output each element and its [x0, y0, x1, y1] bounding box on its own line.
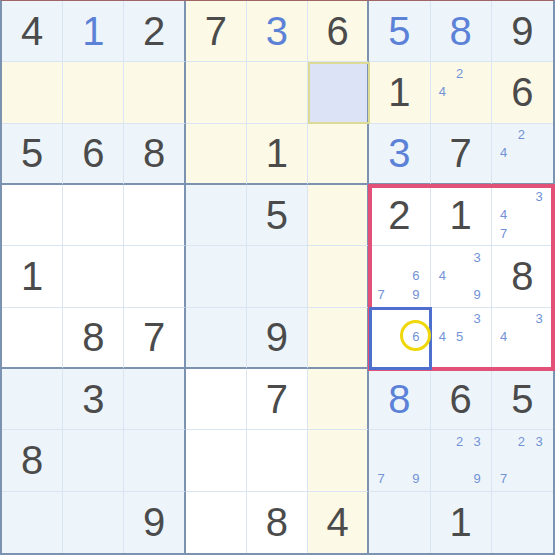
- digit-r9c3: 9: [143, 502, 165, 542]
- cell-r2c8[interactable]: 24: [431, 62, 492, 123]
- cell-r4c8[interactable]: 1: [431, 185, 492, 246]
- candidate-4: 4: [495, 205, 513, 223]
- digit-r5c9: 8: [511, 256, 533, 296]
- candidate-6: 6: [407, 267, 424, 285]
- cell-r5c7[interactable]: 679: [369, 246, 430, 307]
- digit-r3c7: 3: [388, 133, 410, 173]
- digit-r3c1: 5: [21, 133, 43, 173]
- candidates-r5c8: 349: [431, 246, 491, 306]
- candidate-9: 9: [407, 285, 424, 303]
- cell-r2c1[interactable]: [2, 62, 63, 123]
- candidate-4: 4: [434, 328, 451, 346]
- cell-r3c4[interactable]: [186, 124, 247, 185]
- candidates-r3c9: 24: [492, 124, 553, 183]
- candidate-4: 4: [495, 328, 513, 346]
- digit-r7c8: 6: [450, 379, 472, 419]
- candidate-4: 4: [495, 144, 513, 162]
- cell-r8c7[interactable]: 79: [369, 430, 430, 491]
- sudoku-board: 4127365891246568137245213471679349887963…: [0, 0, 555, 555]
- cell-r2c3[interactable]: [124, 62, 185, 123]
- digit-r9c6: 4: [327, 502, 349, 542]
- cell-r6c3[interactable]: 7: [124, 308, 185, 369]
- candidate-7: 7: [495, 469, 513, 487]
- cell-r1c6[interactable]: 6: [308, 1, 369, 62]
- cell-r2c4[interactable]: [186, 62, 247, 123]
- digit-r3c3: 8: [143, 133, 165, 173]
- digit-r1c9: 9: [511, 11, 533, 51]
- digit-r8c1: 8: [21, 440, 43, 480]
- cell-r2c5[interactable]: [247, 62, 308, 123]
- candidate-3: 3: [530, 310, 548, 328]
- cell-r7c8[interactable]: 6: [431, 369, 492, 430]
- cell-r1c5[interactable]: 3: [247, 1, 308, 62]
- digit-r6c3: 7: [143, 317, 165, 357]
- cell-r1c1[interactable]: 4: [2, 1, 63, 62]
- digit-r6c5: 9: [266, 317, 288, 357]
- candidate-3: 3: [530, 432, 548, 450]
- cell-r3c9[interactable]: 24: [492, 124, 553, 185]
- digit-r9c8: 1: [450, 502, 472, 542]
- candidates-r8c7: 79: [369, 430, 429, 490]
- candidate-3: 3: [468, 310, 485, 328]
- cell-r6c2[interactable]: 8: [63, 308, 124, 369]
- candidates-r6c7: 6: [369, 308, 429, 367]
- digit-r7c7: 8: [388, 379, 410, 419]
- cell-r5c9[interactable]: 8: [492, 246, 553, 307]
- candidate-2: 2: [513, 126, 531, 144]
- cell-r5c2[interactable]: [63, 246, 124, 307]
- cell-r7c7[interactable]: 8: [369, 369, 430, 430]
- cell-r4c9[interactable]: 347: [492, 185, 553, 246]
- digit-r1c2: 1: [82, 11, 104, 51]
- digit-r9c5: 8: [266, 502, 288, 542]
- digit-r1c3: 2: [143, 11, 165, 51]
- candidate-7: 7: [495, 224, 513, 242]
- candidates-r6c9: 34: [492, 308, 553, 367]
- cell-r4c6[interactable]: [308, 185, 369, 246]
- candidate-9: 9: [468, 469, 485, 487]
- candidates-r8c9: 237: [492, 430, 553, 490]
- sudoku-grid: 4127365891246568137245213471679349887963…: [0, 0, 555, 555]
- cell-r3c8[interactable]: 7: [431, 124, 492, 185]
- digit-r1c6: 6: [327, 11, 349, 51]
- cell-r1c8[interactable]: 8: [431, 1, 492, 62]
- candidate-6: 6: [407, 328, 424, 346]
- cell-r9c3[interactable]: 9: [124, 492, 185, 553]
- digit-r1c8: 8: [450, 11, 472, 51]
- cell-r1c4[interactable]: 7: [186, 1, 247, 62]
- cell-r9c4[interactable]: [186, 492, 247, 553]
- digit-r1c7: 5: [388, 11, 410, 51]
- cell-r8c4[interactable]: [186, 430, 247, 491]
- cell-r2c9[interactable]: 6: [492, 62, 553, 123]
- candidate-4: 4: [434, 267, 451, 285]
- candidate-2: 2: [451, 432, 468, 450]
- cell-r7c1[interactable]: [2, 369, 63, 430]
- cell-r8c2[interactable]: [63, 430, 124, 491]
- cell-r3c2[interactable]: 6: [63, 124, 124, 185]
- digit-r4c8: 1: [450, 195, 472, 235]
- cell-r2c7[interactable]: 1: [369, 62, 430, 123]
- cell-r3c1[interactable]: 5: [2, 124, 63, 185]
- cell-r6c8[interactable]: 345: [431, 308, 492, 369]
- cell-r8c6[interactable]: [308, 430, 369, 491]
- digit-r7c9: 5: [511, 379, 533, 419]
- cell-r7c4[interactable]: [186, 369, 247, 430]
- cell-r4c2[interactable]: [63, 185, 124, 246]
- candidates-r6c8: 345: [431, 308, 491, 367]
- cell-r3c3[interactable]: 8: [124, 124, 185, 185]
- cell-r8c8[interactable]: 239: [431, 430, 492, 491]
- cell-r4c1[interactable]: [2, 185, 63, 246]
- cell-r9c9[interactable]: [492, 492, 553, 553]
- cell-r8c9[interactable]: 237: [492, 430, 553, 491]
- candidate-9: 9: [468, 285, 485, 303]
- cell-r2c6[interactable]: [308, 62, 369, 123]
- cell-r9c1[interactable]: [2, 492, 63, 553]
- candidate-3: 3: [530, 187, 548, 205]
- candidate-9: 9: [407, 469, 424, 487]
- cell-r5c1[interactable]: 1: [2, 246, 63, 307]
- candidate-2: 2: [451, 64, 468, 82]
- cell-r6c5[interactable]: 9: [247, 308, 308, 369]
- digit-r1c5: 3: [266, 11, 288, 51]
- digit-r5c1: 1: [21, 256, 43, 296]
- cell-r7c6[interactable]: [308, 369, 369, 430]
- digit-r4c5: 5: [266, 195, 288, 235]
- cell-r8c1[interactable]: 8: [2, 430, 63, 491]
- candidates-r2c8: 24: [431, 62, 491, 122]
- cell-r4c5[interactable]: 5: [247, 185, 308, 246]
- cell-r1c2[interactable]: 1: [63, 1, 124, 62]
- cell-r7c9[interactable]: 5: [492, 369, 553, 430]
- cell-r9c5[interactable]: 8: [247, 492, 308, 553]
- cell-r7c3[interactable]: [124, 369, 185, 430]
- cell-r3c7[interactable]: 3: [369, 124, 430, 185]
- candidate-4: 4: [434, 83, 451, 101]
- cell-r6c7[interactable]: 6: [369, 308, 430, 369]
- cell-r3c5[interactable]: 1: [247, 124, 308, 185]
- digit-r3c8: 7: [450, 133, 472, 173]
- cell-r4c3[interactable]: [124, 185, 185, 246]
- cell-r9c2[interactable]: [63, 492, 124, 553]
- cell-r5c5[interactable]: [247, 246, 308, 307]
- cell-r7c2[interactable]: 3: [63, 369, 124, 430]
- digit-r2c9: 6: [511, 72, 533, 112]
- digit-r1c1: 4: [21, 11, 43, 51]
- cell-r9c8[interactable]: 1: [431, 492, 492, 553]
- candidates-r5c7: 679: [369, 246, 429, 306]
- digit-r1c4: 7: [205, 11, 227, 51]
- candidate-7: 7: [372, 469, 389, 487]
- digit-r3c5: 1: [266, 133, 288, 173]
- cell-r1c7[interactable]: 5: [369, 1, 430, 62]
- cell-r5c6[interactable]: [308, 246, 369, 307]
- cell-r6c1[interactable]: [2, 308, 63, 369]
- candidate-2: 2: [513, 432, 531, 450]
- cell-r5c4[interactable]: [186, 246, 247, 307]
- candidates-r4c9: 347: [492, 185, 553, 245]
- digit-r7c2: 3: [82, 379, 104, 419]
- candidate-5: 5: [451, 328, 468, 346]
- candidates-r8c8: 239: [431, 430, 491, 490]
- digit-r2c7: 1: [388, 72, 410, 112]
- cell-r6c6[interactable]: [308, 308, 369, 369]
- digit-r6c2: 8: [82, 317, 104, 357]
- digit-r4c7: 2: [388, 195, 410, 235]
- cell-r9c7[interactable]: [369, 492, 430, 553]
- candidate-3: 3: [468, 432, 485, 450]
- cell-r5c3[interactable]: [124, 246, 185, 307]
- cell-r2c2[interactable]: [63, 62, 124, 123]
- cell-r4c4[interactable]: [186, 185, 247, 246]
- cell-r4c7[interactable]: 2: [369, 185, 430, 246]
- candidate-7: 7: [372, 285, 389, 303]
- cell-r3c6[interactable]: [308, 124, 369, 185]
- cell-r8c3[interactable]: [124, 430, 185, 491]
- cell-r1c3[interactable]: 2: [124, 1, 185, 62]
- digit-r7c5: 7: [266, 379, 288, 419]
- cell-r8c5[interactable]: [247, 430, 308, 491]
- cell-r7c5[interactable]: 7: [247, 369, 308, 430]
- cell-r9c6[interactable]: 4: [308, 492, 369, 553]
- cell-r5c8[interactable]: 349: [431, 246, 492, 307]
- cell-r6c9[interactable]: 34: [492, 308, 553, 369]
- cell-r1c9[interactable]: 9: [492, 1, 553, 62]
- candidate-3: 3: [468, 248, 485, 266]
- cell-r6c4[interactable]: [186, 308, 247, 369]
- digit-r3c2: 6: [82, 133, 104, 173]
